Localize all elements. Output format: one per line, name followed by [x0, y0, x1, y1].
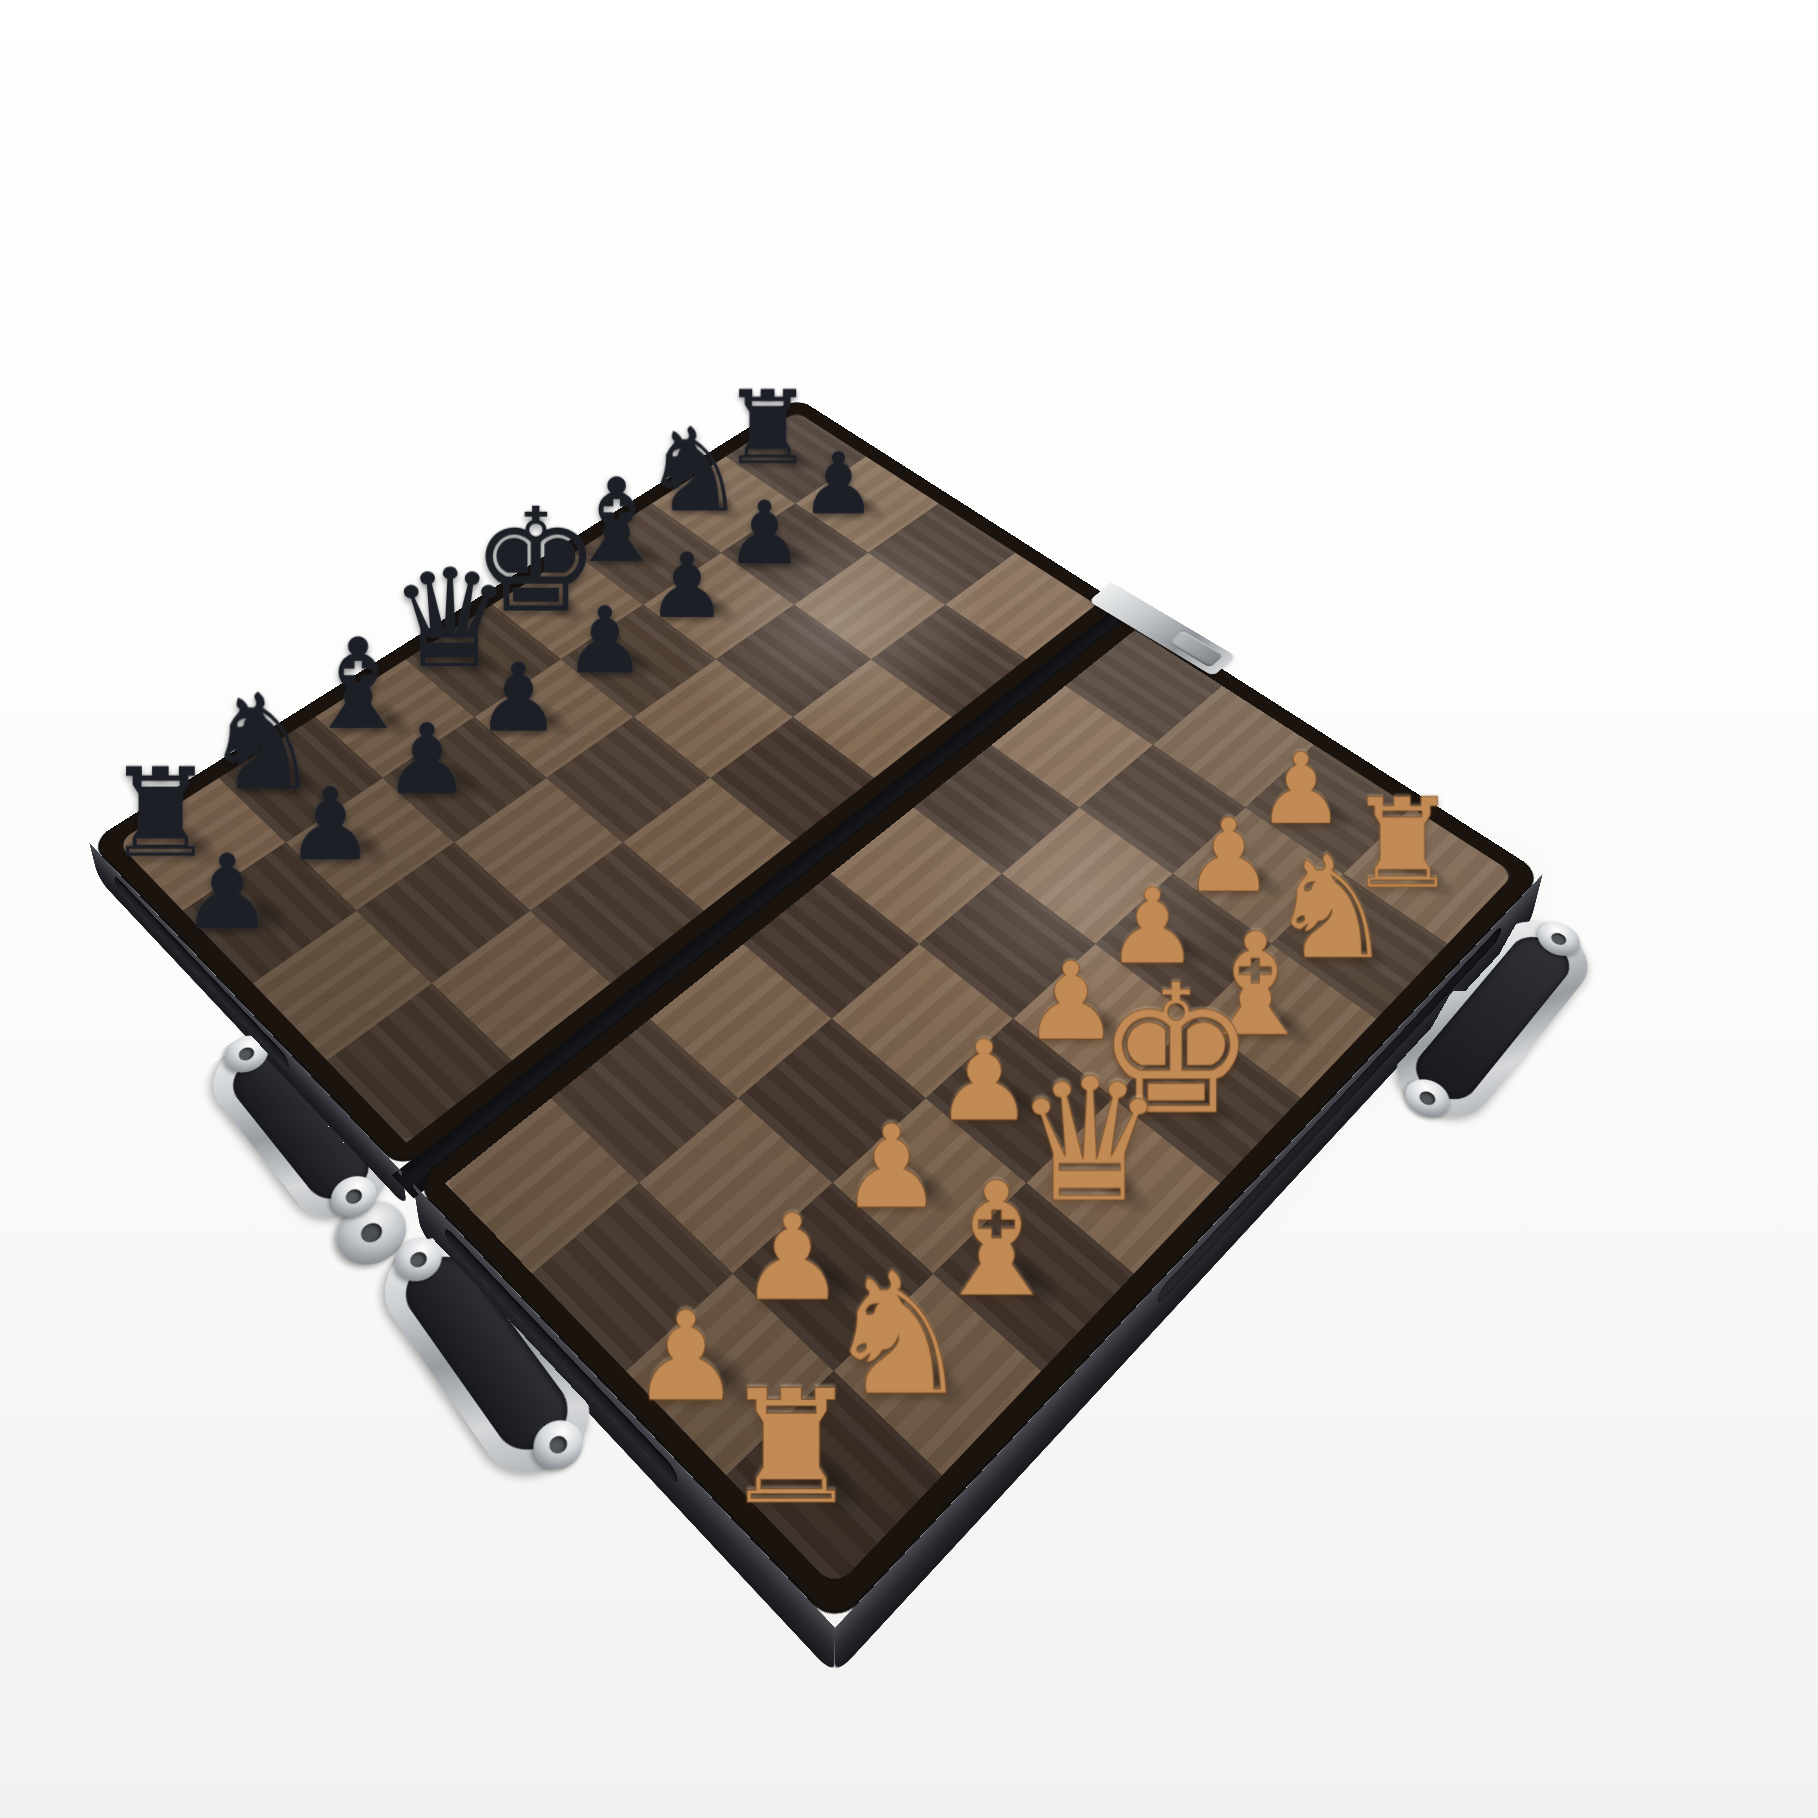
square-e4: [831, 808, 1002, 945]
black-pawn-a7: ♟: [132, 844, 323, 942]
square-c5: [530, 843, 704, 984]
white-rook-a1: ♜: [672, 1374, 909, 1523]
scene-3d: ♜♟♞♟♝♟♚♟♛♟♝♟♞♟♜♟ ♟♜♟♞♟♝♟♚♟♛♟♝♟♞♟♜: [0, 0, 1818, 1818]
photo-stage: ♜♟♞♟♝♟♚♟♛♟♝♟♞♟♜♟ ♟♜♟♞♟♝♟♚♟♛♟♝♟♞♟♜: [0, 0, 1818, 1818]
chess-case-assembly: ♜♟♞♟♝♟♚♟♛♟♝♟♞♟♜♟ ♟♜♟♞♟♝♟♚♟♛♟♝♟♞♟♜: [89, 397, 1543, 1627]
